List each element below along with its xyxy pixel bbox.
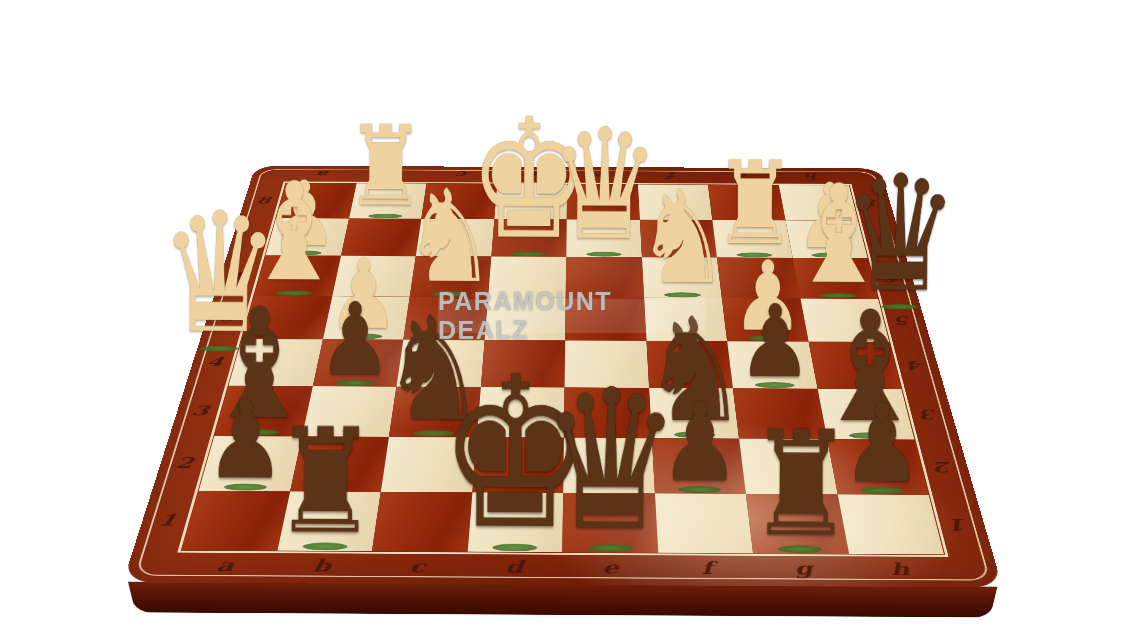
chess-board: aabbccddeeffgghh8877665544332211♜♟♚♛♜♟♝♞… bbox=[123, 166, 1003, 588]
product-photo-chess-set: aabbccddeeffgghh8877665544332211♜♟♚♛♜♟♝♞… bbox=[0, 0, 1140, 641]
black-queen-glyph: ♛ bbox=[539, 369, 682, 553]
coord-right-2: 2 bbox=[921, 458, 966, 475]
coord-bottom-h: h bbox=[850, 559, 951, 579]
white-knight-glyph: ♞ bbox=[636, 177, 731, 299]
coord-bottom-g: g bbox=[754, 559, 854, 579]
black-pawn-glyph: ♟ bbox=[738, 294, 812, 389]
black-rook-glyph: ♜ bbox=[272, 414, 379, 551]
white-knight-glyph: ♞ bbox=[402, 176, 497, 298]
watermark-text: PARAMOUNT DEALZ bbox=[438, 287, 706, 345]
coord-left-2: 2 bbox=[162, 454, 207, 471]
coord-bottom-d: d bbox=[465, 557, 562, 577]
watermark: PARAMOUNT DEALZ bbox=[438, 299, 706, 333]
coord-left-1: 1 bbox=[144, 511, 191, 530]
coord-bottom-c: c bbox=[368, 556, 466, 576]
coord-bottom-e: e bbox=[562, 557, 659, 577]
coord-bottom-a: a bbox=[175, 555, 276, 575]
board-front-edge bbox=[128, 582, 998, 618]
black-rook-glyph: ♜ bbox=[747, 416, 854, 554]
coord-right-1: 1 bbox=[936, 515, 983, 534]
coord-bottom-b: b bbox=[272, 556, 372, 576]
coord-bottom-f: f bbox=[658, 558, 756, 578]
